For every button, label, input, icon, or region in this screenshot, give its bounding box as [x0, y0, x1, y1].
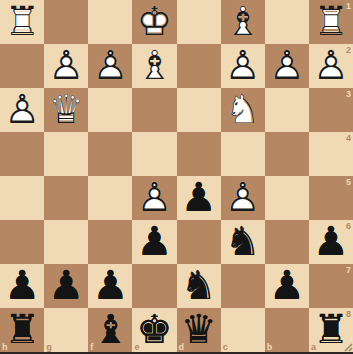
white-bishop-e2[interactable]: ♝♗	[132, 44, 176, 88]
square-e3[interactable]	[132, 88, 176, 132]
piece-glyph-outline: ♙	[177, 176, 221, 220]
square-f1[interactable]	[88, 0, 132, 44]
piece-glyph-outline: ♗	[132, 44, 176, 88]
square-h8[interactable]: ♜♖h	[0, 308, 44, 352]
square-b1[interactable]	[265, 0, 309, 44]
file-label-c: c	[223, 342, 228, 352]
piece-glyph-outline: ♙	[265, 264, 309, 308]
piece-glyph-outline: ♕	[44, 88, 88, 132]
white-pawn-g2[interactable]: ♟♙	[44, 44, 88, 88]
square-d1[interactable]	[177, 0, 221, 44]
square-f6[interactable]	[88, 220, 132, 264]
square-b5[interactable]	[265, 176, 309, 220]
square-a6[interactable]: ♟♙6	[309, 220, 353, 264]
square-d7[interactable]: ♞♘	[177, 264, 221, 308]
square-b6[interactable]	[265, 220, 309, 264]
piece-glyph-outline: ♙	[132, 176, 176, 220]
white-pawn-a2[interactable]: ♟♙	[309, 44, 353, 88]
square-b4[interactable]	[265, 132, 309, 176]
piece-glyph-outline: ♖	[0, 308, 44, 352]
square-c6[interactable]: ♞♘	[221, 220, 265, 264]
square-d8[interactable]: ♛♕d	[177, 308, 221, 352]
piece-glyph-outline: ♙	[309, 220, 353, 264]
square-h3[interactable]: ♟♙	[0, 88, 44, 132]
white-pawn-h3[interactable]: ♟♙	[0, 88, 44, 132]
rank-label-5: 5	[346, 177, 351, 187]
square-e8[interactable]: ♚♔e	[132, 308, 176, 352]
white-pawn-c2[interactable]: ♟♙	[221, 44, 265, 88]
square-h7[interactable]: ♟♙	[0, 264, 44, 308]
square-b2[interactable]: ♟♙	[265, 44, 309, 88]
black-rook-h8[interactable]: ♜♖	[0, 308, 44, 352]
square-d3[interactable]	[177, 88, 221, 132]
square-e2[interactable]: ♝♗	[132, 44, 176, 88]
file-label-b: b	[267, 342, 273, 352]
piece-glyph-outline: ♘	[221, 88, 265, 132]
white-rook-a1[interactable]: ♜♖	[309, 0, 353, 44]
black-bishop-f8[interactable]: ♝♗	[88, 308, 132, 352]
square-a7[interactable]: 7	[309, 264, 353, 308]
square-c7[interactable]	[221, 264, 265, 308]
piece-glyph-outline: ♘	[221, 220, 265, 264]
white-pawn-e5[interactable]: ♟♙	[132, 176, 176, 220]
square-f2[interactable]: ♟♙	[88, 44, 132, 88]
black-pawn-h7[interactable]: ♟♙	[0, 264, 44, 308]
piece-glyph-outline: ♙	[221, 44, 265, 88]
square-h1[interactable]: ♜♖	[0, 0, 44, 44]
white-king-e1[interactable]: ♚♔	[132, 0, 176, 44]
square-h2[interactable]	[0, 44, 44, 88]
square-d6[interactable]	[177, 220, 221, 264]
square-g3[interactable]: ♛♕	[44, 88, 88, 132]
piece-glyph-outline: ♙	[88, 44, 132, 88]
white-pawn-b2[interactable]: ♟♙	[265, 44, 309, 88]
chess-board-app: ♜♖♚♔♝♗♜♖1♟♙♟♙♝♗♟♙♟♙♟♙2♟♙♛♕♞♘34♟♙♟♙♟♙5♟♙♞…	[0, 0, 353, 354]
square-f5[interactable]	[88, 176, 132, 220]
black-knight-c6[interactable]: ♞♘	[221, 220, 265, 264]
white-rook-h1[interactable]: ♜♖	[0, 0, 44, 44]
piece-glyph-outline: ♔	[132, 308, 176, 352]
square-e6[interactable]: ♟♙	[132, 220, 176, 264]
square-a1[interactable]: ♜♖1	[309, 0, 353, 44]
square-g6[interactable]	[44, 220, 88, 264]
white-pawn-f2[interactable]: ♟♙	[88, 44, 132, 88]
piece-glyph-outline: ♘	[177, 264, 221, 308]
piece-glyph-outline: ♙	[265, 44, 309, 88]
square-c1[interactable]: ♝♗	[221, 0, 265, 44]
square-c4[interactable]	[221, 132, 265, 176]
square-c3[interactable]: ♞♘	[221, 88, 265, 132]
square-a2[interactable]: ♟♙2	[309, 44, 353, 88]
black-pawn-g7[interactable]: ♟♙	[44, 264, 88, 308]
square-f8[interactable]: ♝♗f	[88, 308, 132, 352]
square-f7[interactable]: ♟♙	[88, 264, 132, 308]
square-g4[interactable]	[44, 132, 88, 176]
piece-glyph-outline: ♙	[221, 176, 265, 220]
square-a3[interactable]: 3	[309, 88, 353, 132]
square-a5[interactable]: 5	[309, 176, 353, 220]
square-c8[interactable]: c	[221, 308, 265, 352]
piece-glyph-outline: ♙	[132, 220, 176, 264]
square-b8[interactable]: b	[265, 308, 309, 352]
piece-glyph-outline: ♙	[88, 264, 132, 308]
piece-glyph-outline: ♙	[309, 44, 353, 88]
black-knight-d7[interactable]: ♞♘	[177, 264, 221, 308]
resize-handle-icon[interactable]	[341, 340, 353, 352]
piece-glyph-outline: ♙	[0, 264, 44, 308]
black-pawn-f7[interactable]: ♟♙	[88, 264, 132, 308]
piece-glyph-outline: ♔	[132, 0, 176, 44]
chess-board: ♜♖♚♔♝♗♜♖1♟♙♟♙♝♗♟♙♟♙♟♙2♟♙♛♕♞♘34♟♙♟♙♟♙5♟♙♞…	[0, 0, 353, 352]
square-g5[interactable]	[44, 176, 88, 220]
square-d4[interactable]	[177, 132, 221, 176]
piece-glyph-outline: ♙	[0, 88, 44, 132]
rank-label-4: 4	[346, 133, 351, 143]
white-pawn-c5[interactable]: ♟♙	[221, 176, 265, 220]
white-queen-g3[interactable]: ♛♕	[44, 88, 88, 132]
square-h4[interactable]	[0, 132, 44, 176]
piece-glyph-outline: ♙	[44, 264, 88, 308]
black-queen-d8[interactable]: ♛♕	[177, 308, 221, 352]
piece-glyph-outline: ♖	[0, 0, 44, 44]
piece-glyph-outline: ♕	[177, 308, 221, 352]
black-pawn-e6[interactable]: ♟♙	[132, 220, 176, 264]
black-pawn-a6[interactable]: ♟♙	[309, 220, 353, 264]
square-h6[interactable]	[0, 220, 44, 264]
piece-glyph-outline: ♙	[44, 44, 88, 88]
rank-label-3: 3	[346, 89, 351, 99]
piece-glyph-outline: ♗	[221, 0, 265, 44]
file-label-g: g	[46, 342, 52, 352]
square-b7[interactable]: ♟♙	[265, 264, 309, 308]
square-f3[interactable]	[88, 88, 132, 132]
white-knight-c3[interactable]: ♞♘	[221, 88, 265, 132]
square-c5[interactable]: ♟♙	[221, 176, 265, 220]
white-bishop-c1[interactable]: ♝♗	[221, 0, 265, 44]
square-e1[interactable]: ♚♔	[132, 0, 176, 44]
square-c2[interactable]: ♟♙	[221, 44, 265, 88]
black-pawn-b7[interactable]: ♟♙	[265, 264, 309, 308]
square-d2[interactable]	[177, 44, 221, 88]
square-g7[interactable]: ♟♙	[44, 264, 88, 308]
square-d5[interactable]: ♟♙	[177, 176, 221, 220]
square-g8[interactable]: g	[44, 308, 88, 352]
rank-label-7: 7	[346, 265, 351, 275]
square-e7[interactable]	[132, 264, 176, 308]
piece-glyph-outline: ♗	[88, 308, 132, 352]
black-king-e8[interactable]: ♚♔	[132, 308, 176, 352]
square-g2[interactable]: ♟♙	[44, 44, 88, 88]
square-b3[interactable]	[265, 88, 309, 132]
square-g1[interactable]	[44, 0, 88, 44]
black-pawn-d5[interactable]: ♟♙	[177, 176, 221, 220]
square-e4[interactable]	[132, 132, 176, 176]
square-a4[interactable]: 4	[309, 132, 353, 176]
square-h5[interactable]	[0, 176, 44, 220]
piece-glyph-outline: ♖	[309, 0, 353, 44]
square-f4[interactable]	[88, 132, 132, 176]
square-e5[interactable]: ♟♙	[132, 176, 176, 220]
